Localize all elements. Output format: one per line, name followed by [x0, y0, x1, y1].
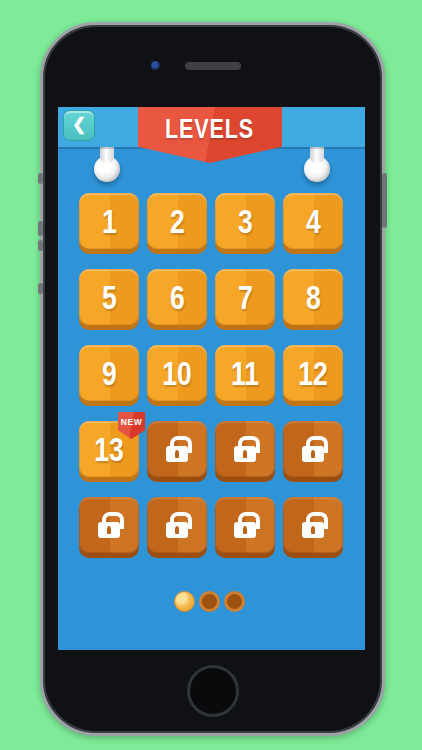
- padlock-icon: [166, 522, 188, 538]
- locked-level-button[interactable]: [215, 421, 275, 477]
- level-button-8[interactable]: 8: [283, 269, 343, 325]
- level-button-1[interactable]: 1: [79, 193, 139, 249]
- power-button: [382, 173, 387, 228]
- locked-level-button[interactable]: [215, 497, 275, 553]
- chevron-left-icon: ❮: [72, 115, 86, 134]
- level-button-7[interactable]: 7: [215, 269, 275, 325]
- level-button-12[interactable]: 12: [283, 345, 343, 401]
- level-number: 1: [102, 202, 117, 241]
- padlock-icon: [98, 522, 120, 538]
- level-grid: 12345678910111213NEW: [79, 193, 343, 553]
- pin-icon: [304, 156, 330, 182]
- level-button-4[interactable]: 4: [283, 193, 343, 249]
- level-button-11[interactable]: 11: [215, 345, 275, 401]
- level-number: 12: [298, 354, 328, 393]
- page-dot-2[interactable]: [199, 591, 220, 612]
- padlock-icon: [234, 446, 256, 462]
- padlock-icon: [302, 446, 324, 462]
- mute-switch: [38, 173, 43, 184]
- level-button-6[interactable]: 6: [147, 269, 207, 325]
- level-button-13[interactable]: 13NEW: [79, 421, 139, 477]
- level-number: 8: [306, 278, 321, 317]
- front-camera-icon: [151, 61, 160, 70]
- page-dot-3[interactable]: [224, 591, 245, 612]
- level-button-3[interactable]: 3: [215, 193, 275, 249]
- level-number: 2: [170, 202, 185, 241]
- level-number: 7: [238, 278, 253, 317]
- level-button-5[interactable]: 5: [79, 269, 139, 325]
- level-number: 9: [102, 354, 117, 393]
- back-button[interactable]: ❮: [63, 110, 95, 141]
- page-title: LEVELS: [166, 114, 255, 145]
- page-background: { "game": "puzzle-game-level-select", "p…: [0, 0, 422, 750]
- locked-level-button[interactable]: [79, 497, 139, 553]
- phone-frame: ❮ LEVELS 12345678910111213NEW: [40, 22, 385, 736]
- page-dots: [58, 591, 363, 612]
- locked-level-button[interactable]: [283, 497, 343, 553]
- level-number: 13: [94, 430, 124, 469]
- volume-down-button: [38, 240, 43, 251]
- level-button-9[interactable]: 9: [79, 345, 139, 401]
- home-button[interactable]: [187, 665, 239, 717]
- page-dot-1[interactable]: [174, 591, 195, 612]
- volume-up-button: [38, 221, 43, 236]
- level-button-10[interactable]: 10: [147, 345, 207, 401]
- locked-level-button[interactable]: [147, 421, 207, 477]
- padlock-icon: [302, 522, 324, 538]
- title-ribbon: LEVELS: [138, 107, 282, 163]
- speaker-grille: [185, 62, 241, 70]
- side-button: [38, 283, 43, 294]
- level-number: 11: [231, 354, 259, 393]
- locked-level-button[interactable]: [283, 421, 343, 477]
- level-number: 6: [170, 278, 185, 317]
- pin-icon: [94, 156, 120, 182]
- padlock-icon: [166, 446, 188, 462]
- padlock-icon: [234, 522, 256, 538]
- locked-level-button[interactable]: [147, 497, 207, 553]
- level-number: 4: [306, 202, 321, 241]
- level-number: 5: [102, 278, 117, 317]
- level-number: 10: [162, 354, 192, 393]
- app-screen: ❮ LEVELS 12345678910111213NEW: [58, 107, 365, 650]
- level-number: 3: [238, 202, 253, 241]
- level-button-2[interactable]: 2: [147, 193, 207, 249]
